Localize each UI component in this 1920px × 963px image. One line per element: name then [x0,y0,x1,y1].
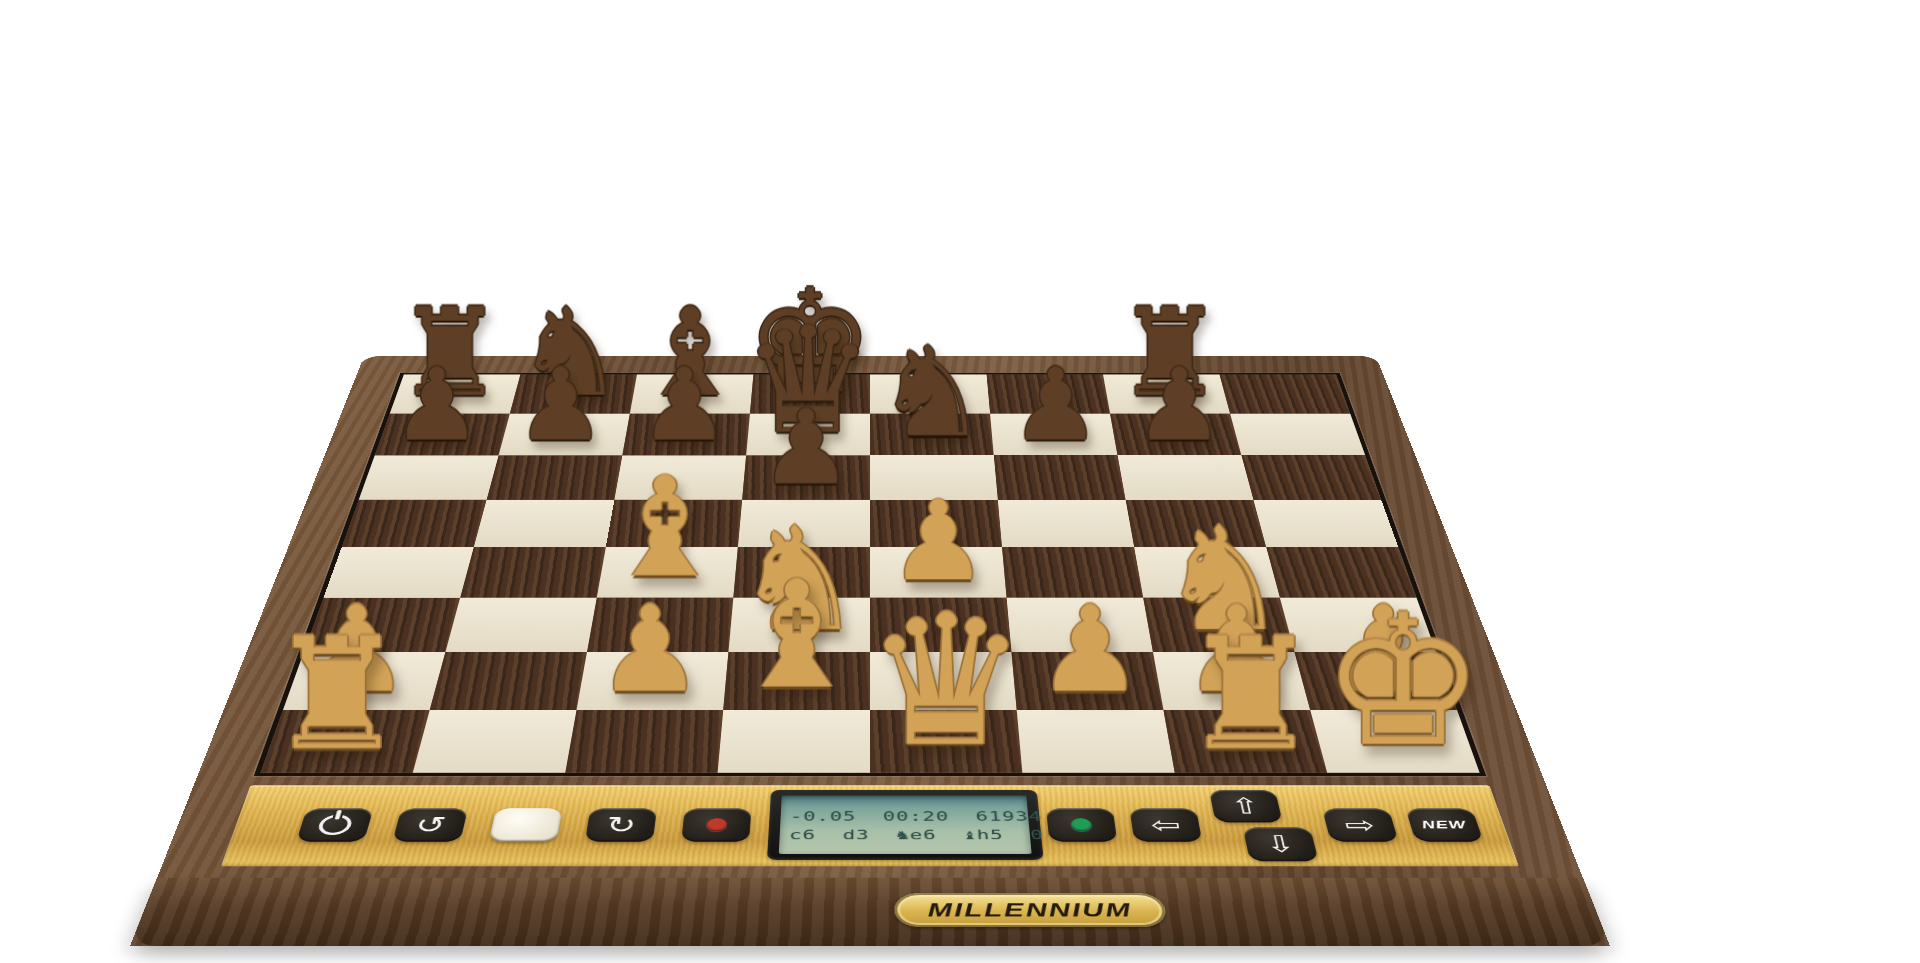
green-led-button[interactable] [1046,808,1117,841]
white-bishop[interactable]: ♝ [730,561,863,709]
square-a7[interactable]: ♟ [375,414,510,456]
square-h7[interactable] [1230,414,1365,456]
board-frame: ♜♞♝♚♜♟♟♟♛♞♟♟♟♝♟♞♞♟♟♝♟♟♟♜♛♜♚ [254,373,1487,777]
white-king[interactable]: ♚ [1322,590,1485,771]
square-e1[interactable]: ♛ [870,710,1022,773]
up-arrow-icon: ⇧ [1228,795,1262,817]
red-dot-icon [706,818,728,831]
square-g6[interactable] [1118,455,1254,499]
white-key[interactable] [489,808,563,841]
lcd-line-1: -0.05 00:20 61934 [790,809,1020,824]
new-button[interactable]: NEW [1405,808,1483,841]
undo-arrow-icon: ↺ [413,814,448,837]
square-f6[interactable] [994,455,1126,499]
black-pawn[interactable]: ♟ [760,396,853,499]
square-e7[interactable]: ♞ [870,414,994,456]
lcd-display: -0.05 00:20 61934 c6 d3 ♞e6 ♝h5 0 [767,790,1044,860]
redo-arrow-icon: ↻ [605,814,638,837]
square-f1[interactable] [1017,710,1175,773]
square-b6[interactable] [487,455,623,499]
white-pawn[interactable]: ♟ [597,590,703,709]
square-g1[interactable]: ♜ [1163,710,1327,773]
white-rook[interactable]: ♜ [268,618,406,772]
black-pawn[interactable]: ♟ [639,355,729,455]
right-arrow-icon: ⇨ [1342,814,1378,837]
square-f7[interactable]: ♟ [990,414,1118,456]
right-key-cluster: ⇦⇧⇩⇨NEW [1046,808,1484,841]
square-a5[interactable] [342,500,487,547]
green-dot-icon [1070,818,1092,831]
blank-white-key [489,808,563,841]
left-arrow-icon: ⇦ [1149,814,1183,837]
left-arrow-button[interactable]: ⇦ [1129,808,1202,841]
square-h8[interactable] [1220,375,1351,414]
square-f5[interactable] [998,500,1134,547]
square-c2[interactable]: ♟ [577,652,729,710]
black-knight[interactable]: ♞ [876,329,988,454]
square-b4[interactable] [460,547,606,598]
logo-text: MILLENNIUM [927,899,1133,921]
white-bishop[interactable]: ♝ [603,459,727,597]
square-b2[interactable] [430,652,587,710]
down-arrow-icon: ⇩ [1263,833,1298,856]
up-arrow-button[interactable]: ⇧ [1209,790,1283,823]
power-button[interactable] [296,808,374,841]
white-pawn[interactable]: ♟ [1037,590,1143,709]
square-g7[interactable]: ♟ [1110,414,1241,456]
square-b1[interactable] [413,710,577,773]
right-arrow-button[interactable]: ⇨ [1322,808,1399,841]
white-queen[interactable]: ♛ [865,590,1028,771]
square-d6[interactable]: ♟ [742,455,870,499]
product-photo-scene: ♜♞♝♚♜♟♟♟♛♞♟♟♟♝♟♞♞♟♟♝♟♟♟♜♛♜♚ ↺↻ -0.05 00:… [0,0,1920,963]
down-arrow-button[interactable]: ⇩ [1243,827,1319,861]
black-pawn[interactable]: ♟ [1134,355,1224,455]
red-led-button[interactable] [681,808,751,841]
white-rook[interactable]: ♜ [1182,618,1320,772]
square-h6[interactable] [1241,455,1381,499]
square-a6[interactable] [359,455,499,499]
black-pawn[interactable]: ♟ [392,355,482,455]
square-f2[interactable]: ♟ [1012,652,1164,710]
square-a1[interactable]: ♜ [260,710,429,773]
new-label: NEW [1420,818,1469,831]
square-d1[interactable] [718,710,870,773]
walnut-frame: ♜♞♝♚♜♟♟♟♛♞♟♟♟♝♟♞♞♟♟♝♟♟♟♜♛♜♚ ↺↻ -0.05 00:… [130,356,1610,946]
redo-button[interactable]: ↻ [585,808,657,841]
front-rail: MILLENNIUM [130,878,1610,946]
control-panel: ↺↻ -0.05 00:20 61934 c6 d3 ♞e6 ♝h5 0 ⇦⇧⇩… [221,785,1519,866]
square-b5[interactable] [474,500,615,547]
square-b3[interactable] [445,598,596,652]
black-pawn[interactable]: ♟ [516,355,606,455]
square-c1[interactable] [565,710,723,773]
square-h1[interactable]: ♚ [1310,710,1479,773]
square-d2[interactable]: ♝ [723,652,870,710]
black-pawn[interactable]: ♟ [1011,355,1101,455]
lcd-line-2: c6 d3 ♞e6 ♝h5 0 [789,827,1021,842]
power-icon [316,815,354,835]
left-key-cluster: ↺↻ [296,808,751,841]
board-grid: ♜♞♝♚♜♟♟♟♛♞♟♟♟♝♟♞♞♟♟♝♟♟♟♜♛♜♚ [260,375,1479,773]
takeback-button[interactable]: ↺ [392,808,468,841]
millennium-logo: MILLENNIUM [894,893,1168,927]
lcd-screen: -0.05 00:20 61934 c6 d3 ♞e6 ♝h5 0 [779,796,1032,854]
chess-computer: ♜♞♝♚♜♟♟♟♛♞♟♟♟♝♟♞♞♟♟♝♟♟♟♜♛♜♚ ↺↻ -0.05 00:… [130,356,1610,946]
